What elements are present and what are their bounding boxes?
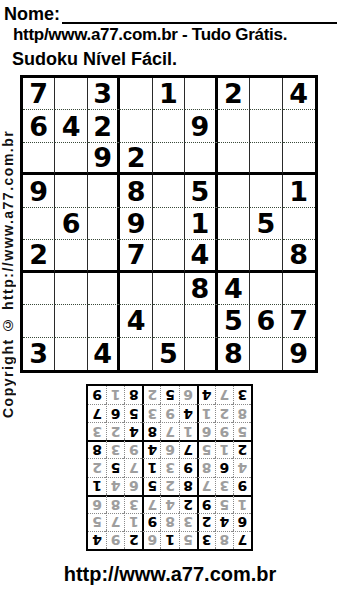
solution-cell-r8c7: 5: [124, 404, 142, 422]
sudoku-cell-r7c6: 8: [185, 273, 217, 305]
solution-cell-r9c6: 2: [142, 386, 160, 404]
sudoku-cell-r3c9: [283, 143, 315, 175]
sudoku-solution-grid-rotated: 7835162946423891751592473869378256414689…: [86, 384, 253, 551]
solution-cell-r5c4: 9: [179, 458, 197, 476]
sudoku-cell-r7c2: [55, 273, 87, 305]
sudoku-cell-r5c1: [23, 208, 55, 240]
sudoku-cell-r7c3: [88, 273, 120, 305]
sudoku-cell-r8c4: 4: [120, 305, 152, 337]
footer-url: http://www.a77.com.br: [0, 563, 340, 586]
solution-cell-r4c5: 2: [160, 477, 178, 495]
solution-cell-r7c2: 9: [215, 422, 233, 440]
sudoku-cell-r3c5: [153, 143, 185, 175]
sudoku-cell-r1c5: 1: [153, 78, 185, 110]
sudoku-cell-r7c4: [120, 273, 152, 305]
solution-cell-r4c2: 3: [215, 477, 233, 495]
sudoku-cell-r5c6: 1: [185, 208, 217, 240]
solution-cell-r4c4: 8: [179, 477, 197, 495]
solution-cell-r1c4: 5: [179, 531, 197, 549]
solution-cell-r8c1: 8: [233, 404, 251, 422]
sudoku-cell-r9c4: [120, 338, 152, 370]
solution-cell-r8c5: 9: [160, 404, 178, 422]
page-title: Sudoku Nível Fácil.: [12, 49, 177, 70]
sudoku-cell-r1c8: [250, 78, 282, 110]
sudoku-cell-r8c1: [23, 305, 55, 337]
solution-cell-r2c5: 8: [160, 513, 178, 531]
copyright-vertical-text: Copyright © http://www.a77.com.br: [0, 78, 17, 470]
sudoku-cell-r8c8: 6: [250, 305, 282, 337]
solution-cell-r2c2: 4: [215, 513, 233, 531]
solution-cell-r6c8: 3: [106, 440, 124, 458]
sudoku-cell-r1c4: [120, 78, 152, 110]
solution-cell-r5c2: 6: [215, 458, 233, 476]
sudoku-cell-r6c9: 8: [283, 240, 315, 272]
sudoku-cell-r4c4: 8: [120, 175, 152, 207]
sudoku-cell-r7c8: [250, 273, 282, 305]
sudoku-cell-r4c3: [88, 175, 120, 207]
solution-cell-r6c4: 7: [179, 440, 197, 458]
sudoku-cell-r2c7: [218, 110, 250, 142]
solution-cell-r8c6: 3: [142, 404, 160, 422]
solution-cell-r7c7: 4: [124, 422, 142, 440]
solution-cell-r4c7: 6: [124, 477, 142, 495]
sudoku-cell-r8c7: 5: [218, 305, 250, 337]
solution-cell-r7c8: 2: [106, 422, 124, 440]
solution-cell-r2c4: 3: [179, 513, 197, 531]
solution-cell-r3c8: 8: [106, 495, 124, 513]
solution-cell-r2c7: 1: [124, 513, 142, 531]
sudoku-cell-r5c9: [283, 208, 315, 240]
sudoku-cell-r6c5: [153, 240, 185, 272]
sudoku-grid: 7312464299298516915274884456734589: [20, 75, 318, 373]
solution-cell-r1c3: 3: [197, 531, 215, 549]
solution-cell-r7c6: 8: [142, 422, 160, 440]
solution-cell-r8c2: 2: [215, 404, 233, 422]
sudoku-cell-r9c2: [55, 338, 87, 370]
sudoku-cell-r4c1: 9: [23, 175, 55, 207]
solution-cell-r7c3: 6: [197, 422, 215, 440]
solution-cell-r3c7: 3: [124, 495, 142, 513]
solution-cell-r6c7: 9: [124, 440, 142, 458]
solution-cell-r7c1: 5: [233, 422, 251, 440]
solution-cell-r8c4: 4: [179, 404, 197, 422]
name-blank-line: [62, 4, 337, 24]
name-label: Nome:: [4, 4, 60, 24]
solution-cell-r4c1: 9: [233, 477, 251, 495]
sudoku-cell-r9c7: 8: [218, 338, 250, 370]
sudoku-cell-r1c6: [185, 78, 217, 110]
sudoku-cell-r1c2: [55, 78, 87, 110]
solution-cell-r4c6: 5: [142, 477, 160, 495]
sudoku-cell-r9c9: 9: [283, 338, 315, 370]
sudoku-cell-r9c5: 5: [153, 338, 185, 370]
sudoku-cell-r3c4: 2: [120, 143, 152, 175]
sudoku-cell-r7c1: [23, 273, 55, 305]
sudoku-cell-r4c9: 1: [283, 175, 315, 207]
solution-cell-r9c1: 3: [233, 386, 251, 404]
site-url-heading: http/www.a77.com.br - Tudo Grátis.: [13, 25, 287, 45]
solution-cell-r5c6: 1: [142, 458, 160, 476]
solution-cell-r2c1: 6: [233, 513, 251, 531]
solution-cell-r2c3: 2: [197, 513, 215, 531]
solution-cell-r2c6: 9: [142, 513, 160, 531]
solution-cell-r8c3: 1: [197, 404, 215, 422]
sudoku-cell-r6c1: 2: [23, 240, 55, 272]
sudoku-cell-r6c2: [55, 240, 87, 272]
sudoku-cell-r6c3: [88, 240, 120, 272]
solution-cell-r1c1: 7: [233, 531, 251, 549]
sudoku-cell-r1c7: 2: [218, 78, 250, 110]
sudoku-cell-r8c9: 7: [283, 305, 315, 337]
solution-cell-r1c6: 6: [142, 531, 160, 549]
solution-cell-r7c9: 3: [88, 422, 106, 440]
sudoku-cell-r3c7: [218, 143, 250, 175]
sudoku-cell-r7c5: [153, 273, 185, 305]
sudoku-cell-r3c8: [250, 143, 282, 175]
solution-cell-r5c5: 3: [160, 458, 178, 476]
sudoku-cell-r5c2: 6: [55, 208, 87, 240]
solution-cell-r4c8: 4: [106, 477, 124, 495]
sudoku-cell-r2c3: 2: [88, 110, 120, 142]
solution-cell-r8c9: 7: [88, 404, 106, 422]
sudoku-cell-r3c6: [185, 143, 217, 175]
solution-cell-r9c4: 6: [179, 386, 197, 404]
solution-cell-r6c6: 4: [142, 440, 160, 458]
sudoku-cell-r2c1: 6: [23, 110, 55, 142]
solution-cell-r6c1: 2: [233, 440, 251, 458]
solution-cell-r1c5: 1: [160, 531, 178, 549]
sudoku-cell-r7c9: [283, 273, 315, 305]
sudoku-cell-r3c3: 9: [88, 143, 120, 175]
sudoku-cell-r4c6: 5: [185, 175, 217, 207]
sudoku-cell-r9c3: 4: [88, 338, 120, 370]
solution-cell-r5c8: 5: [106, 458, 124, 476]
sudoku-cell-r2c4: [120, 110, 152, 142]
solution-cell-r2c8: 7: [106, 513, 124, 531]
solution-cell-r3c9: 6: [88, 495, 106, 513]
sudoku-cell-r5c5: [153, 208, 185, 240]
solution-cell-r9c5: 5: [160, 386, 178, 404]
solution-cell-r8c8: 6: [106, 404, 124, 422]
sudoku-cell-r6c6: 4: [185, 240, 217, 272]
solution-cell-r9c2: 7: [215, 386, 233, 404]
solution-cell-r6c9: 8: [88, 440, 106, 458]
solution-cell-r5c1: 4: [233, 458, 251, 476]
solution-cell-r3c3: 9: [197, 495, 215, 513]
sudoku-cell-r2c5: [153, 110, 185, 142]
sudoku-cell-r1c9: 4: [283, 78, 315, 110]
solution-cell-r6c5: 6: [160, 440, 178, 458]
solution-cell-r6c3: 5: [197, 440, 215, 458]
sudoku-cell-r6c8: [250, 240, 282, 272]
sudoku-cell-r8c5: [153, 305, 185, 337]
sudoku-cell-r9c6: [185, 338, 217, 370]
solution-cell-r5c7: 7: [124, 458, 142, 476]
sudoku-cell-r4c8: [250, 175, 282, 207]
sudoku-cell-r5c7: [218, 208, 250, 240]
name-row: Nome:: [4, 2, 337, 24]
solution-cell-r1c8: 9: [106, 531, 124, 549]
sudoku-cell-r2c9: [283, 110, 315, 142]
sudoku-cell-r8c2: [55, 305, 87, 337]
sudoku-cell-r5c3: [88, 208, 120, 240]
solution-cell-r9c7: 8: [124, 386, 142, 404]
solution-cell-r4c9: 1: [88, 477, 106, 495]
solution-cell-r5c9: 2: [88, 458, 106, 476]
sudoku-cell-r7c7: 4: [218, 273, 250, 305]
solution-cell-r3c6: 7: [142, 495, 160, 513]
sudoku-cell-r2c6: 9: [185, 110, 217, 142]
solution-cell-r4c3: 7: [197, 477, 215, 495]
sudoku-cell-r1c1: 7: [23, 78, 55, 110]
sudoku-cell-r2c2: 4: [55, 110, 87, 142]
solution-cell-r2c9: 5: [88, 513, 106, 531]
solution-cell-r1c2: 8: [215, 531, 233, 549]
solution-cell-r3c4: 2: [179, 495, 197, 513]
sudoku-cell-r8c6: [185, 305, 217, 337]
sudoku-cell-r5c8: 5: [250, 208, 282, 240]
solution-cell-r9c9: 9: [88, 386, 106, 404]
solution-cell-r5c3: 8: [197, 458, 215, 476]
solution-cell-r3c1: 1: [233, 495, 251, 513]
sudoku-cell-r6c4: 7: [120, 240, 152, 272]
solution-cell-r3c2: 5: [215, 495, 233, 513]
sudoku-cell-r2c8: [250, 110, 282, 142]
sudoku-cell-r3c2: [55, 143, 87, 175]
solution-cell-r3c5: 4: [160, 495, 178, 513]
solution-cell-r9c3: 4: [197, 386, 215, 404]
sudoku-cell-r1c3: 3: [88, 78, 120, 110]
sudoku-cell-r9c1: 3: [23, 338, 55, 370]
sudoku-cell-r8c3: [88, 305, 120, 337]
sudoku-cell-r6c7: [218, 240, 250, 272]
sudoku-cell-r9c8: [250, 338, 282, 370]
solution-cell-r9c8: 1: [106, 386, 124, 404]
solution-cell-r7c4: 1: [179, 422, 197, 440]
sudoku-cell-r4c2: [55, 175, 87, 207]
solution-cell-r7c5: 7: [160, 422, 178, 440]
solution-cell-r1c9: 4: [88, 531, 106, 549]
sudoku-cell-r5c4: 9: [120, 208, 152, 240]
sudoku-cell-r4c7: [218, 175, 250, 207]
solution-cell-r1c7: 2: [124, 531, 142, 549]
solution-cell-r6c2: 1: [215, 440, 233, 458]
sudoku-cell-r3c1: [23, 143, 55, 175]
sudoku-cell-r4c5: [153, 175, 185, 207]
